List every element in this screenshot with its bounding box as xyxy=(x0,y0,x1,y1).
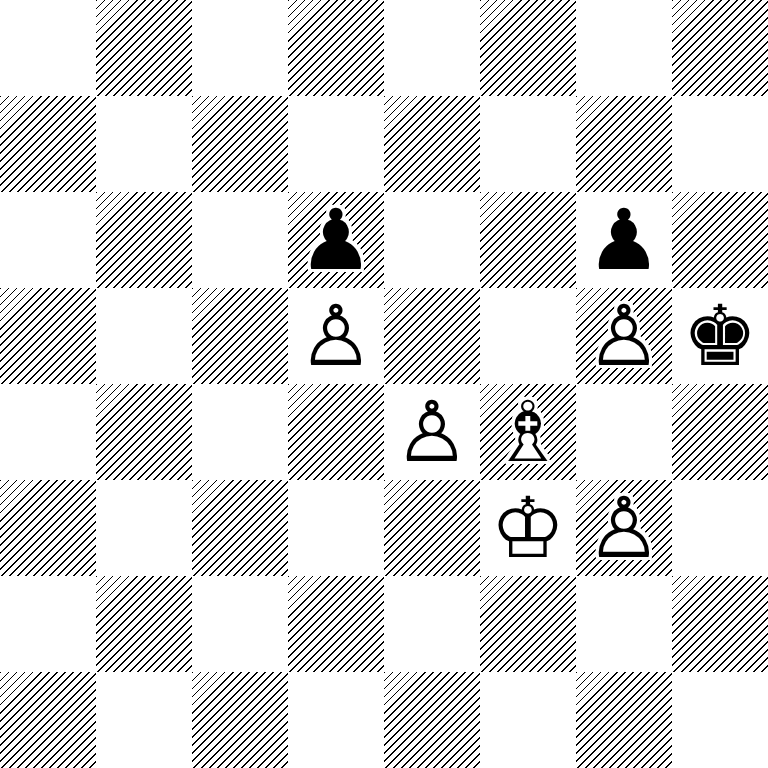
square-e1[interactable] xyxy=(384,672,480,768)
white-king[interactable]: ♚♔ xyxy=(480,480,576,576)
square-d2[interactable] xyxy=(288,576,384,672)
square-b2[interactable] xyxy=(96,576,192,672)
square-g4[interactable] xyxy=(576,384,672,480)
square-h3[interactable] xyxy=(672,480,768,576)
black-king[interactable]: ♚ xyxy=(672,288,768,384)
square-d6[interactable]: ♟ xyxy=(288,192,384,288)
square-f4[interactable]: ♝♗ xyxy=(480,384,576,480)
square-d5[interactable]: ♟♙ xyxy=(288,288,384,384)
square-g7[interactable] xyxy=(576,96,672,192)
square-a7[interactable] xyxy=(0,96,96,192)
black-pawn[interactable]: ♟ xyxy=(288,192,384,288)
square-f8[interactable] xyxy=(480,0,576,96)
square-h8[interactable] xyxy=(672,0,768,96)
square-h7[interactable] xyxy=(672,96,768,192)
square-a8[interactable] xyxy=(0,0,96,96)
white-pawn-fill: ♟ xyxy=(288,288,384,384)
square-h5[interactable]: ♚ xyxy=(672,288,768,384)
square-g6[interactable]: ♟ xyxy=(576,192,672,288)
white-pawn-fill: ♟ xyxy=(576,480,672,576)
square-h4[interactable] xyxy=(672,384,768,480)
square-a1[interactable] xyxy=(0,672,96,768)
white-bishop-fill: ♝ xyxy=(480,384,576,480)
square-d1[interactable] xyxy=(288,672,384,768)
square-f2[interactable] xyxy=(480,576,576,672)
square-h1[interactable] xyxy=(672,672,768,768)
white-bishop-outline: ♗ xyxy=(480,384,576,480)
square-a2[interactable] xyxy=(0,576,96,672)
square-d4[interactable] xyxy=(288,384,384,480)
white-pawn-outline: ♙ xyxy=(576,288,672,384)
square-g8[interactable] xyxy=(576,0,672,96)
white-king-fill: ♚ xyxy=(480,480,576,576)
square-g3[interactable]: ♟♙ xyxy=(576,480,672,576)
white-bishop[interactable]: ♝♗ xyxy=(480,384,576,480)
square-e8[interactable] xyxy=(384,0,480,96)
square-c5[interactable] xyxy=(192,288,288,384)
square-g2[interactable] xyxy=(576,576,672,672)
white-king-outline: ♔ xyxy=(480,480,576,576)
white-pawn-fill: ♟ xyxy=(384,384,480,480)
square-f3[interactable]: ♚♔ xyxy=(480,480,576,576)
square-b6[interactable] xyxy=(96,192,192,288)
square-d7[interactable] xyxy=(288,96,384,192)
square-a3[interactable] xyxy=(0,480,96,576)
white-pawn-outline: ♙ xyxy=(576,480,672,576)
square-e4[interactable]: ♟♙ xyxy=(384,384,480,480)
black-pawn-fill: ♟ xyxy=(576,192,672,288)
square-f1[interactable] xyxy=(480,672,576,768)
white-pawn[interactable]: ♟♙ xyxy=(384,384,480,480)
square-c8[interactable] xyxy=(192,0,288,96)
square-c7[interactable] xyxy=(192,96,288,192)
square-c2[interactable] xyxy=(192,576,288,672)
square-b3[interactable] xyxy=(96,480,192,576)
square-f5[interactable] xyxy=(480,288,576,384)
square-e7[interactable] xyxy=(384,96,480,192)
square-a6[interactable] xyxy=(0,192,96,288)
square-c3[interactable] xyxy=(192,480,288,576)
square-e6[interactable] xyxy=(384,192,480,288)
white-pawn-outline: ♙ xyxy=(384,384,480,480)
black-pawn[interactable]: ♟ xyxy=(576,192,672,288)
square-a5[interactable] xyxy=(0,288,96,384)
square-b1[interactable] xyxy=(96,672,192,768)
white-pawn-outline: ♙ xyxy=(288,288,384,384)
white-pawn[interactable]: ♟♙ xyxy=(576,480,672,576)
square-f6[interactable] xyxy=(480,192,576,288)
square-f7[interactable] xyxy=(480,96,576,192)
square-b7[interactable] xyxy=(96,96,192,192)
square-c6[interactable] xyxy=(192,192,288,288)
square-h2[interactable] xyxy=(672,576,768,672)
black-king-fill: ♚ xyxy=(672,288,768,384)
square-b5[interactable] xyxy=(96,288,192,384)
white-pawn-fill: ♟ xyxy=(576,288,672,384)
square-g5[interactable]: ♟♙ xyxy=(576,288,672,384)
square-e2[interactable] xyxy=(384,576,480,672)
square-g1[interactable] xyxy=(576,672,672,768)
square-e5[interactable] xyxy=(384,288,480,384)
square-h6[interactable] xyxy=(672,192,768,288)
square-d8[interactable] xyxy=(288,0,384,96)
square-c4[interactable] xyxy=(192,384,288,480)
square-b4[interactable] xyxy=(96,384,192,480)
square-c1[interactable] xyxy=(192,672,288,768)
white-pawn[interactable]: ♟♙ xyxy=(288,288,384,384)
black-pawn-fill: ♟ xyxy=(288,192,384,288)
square-e3[interactable] xyxy=(384,480,480,576)
square-b8[interactable] xyxy=(96,0,192,96)
square-a4[interactable] xyxy=(0,384,96,480)
square-d3[interactable] xyxy=(288,480,384,576)
chess-board: ♟♟♟♙♟♙♚♟♙♝♗♚♔♟♙ xyxy=(0,0,768,768)
white-pawn[interactable]: ♟♙ xyxy=(576,288,672,384)
